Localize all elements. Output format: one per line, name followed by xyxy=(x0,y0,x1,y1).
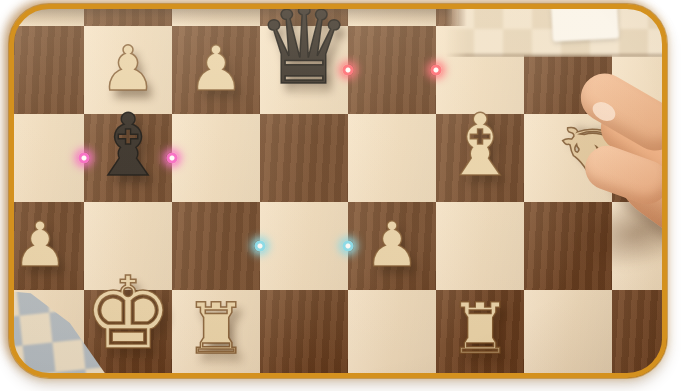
chess-board xyxy=(9,4,667,378)
square-c7 xyxy=(172,26,260,114)
square-d7 xyxy=(260,26,348,114)
square-c6 xyxy=(172,114,260,202)
photo-card: ♟♟♛♝♝♟♟♚♜♜ ♞ xyxy=(9,4,667,378)
square-e4 xyxy=(348,290,436,378)
square-g4 xyxy=(524,290,612,378)
square-e7 xyxy=(348,26,436,114)
background-white-box xyxy=(551,4,619,42)
square-c4 xyxy=(172,290,260,378)
square-a6 xyxy=(9,114,84,202)
square-d6 xyxy=(260,114,348,202)
square-c5 xyxy=(172,202,260,290)
square-h4 xyxy=(612,290,667,378)
square-a5 xyxy=(9,202,84,290)
screenshot-stage: ♟♟♛♝♝♟♟♚♜♜ ♞ xyxy=(0,0,695,391)
square-e5 xyxy=(348,202,436,290)
square-d4 xyxy=(260,290,348,378)
led-dot-e7-left xyxy=(342,64,354,76)
led-dot-b6-right xyxy=(166,152,178,164)
led-dot-e7-right xyxy=(430,64,442,76)
square-a7 xyxy=(9,26,84,114)
square-b7 xyxy=(84,26,172,114)
board-back-edge-shading xyxy=(9,4,452,26)
square-b6 xyxy=(84,114,172,202)
square-f5 xyxy=(436,202,524,290)
square-f6 xyxy=(436,114,524,202)
led-dot-d5-right xyxy=(342,240,354,252)
square-f4 xyxy=(436,290,524,378)
led-dot-b6-left xyxy=(78,152,90,164)
chessboard-scene: ♟♟♛♝♝♟♟♚♜♜ ♞ xyxy=(9,4,667,378)
square-d5 xyxy=(260,202,348,290)
square-e6 xyxy=(348,114,436,202)
led-dot-d5-left xyxy=(254,240,266,252)
square-b5 xyxy=(84,202,172,290)
